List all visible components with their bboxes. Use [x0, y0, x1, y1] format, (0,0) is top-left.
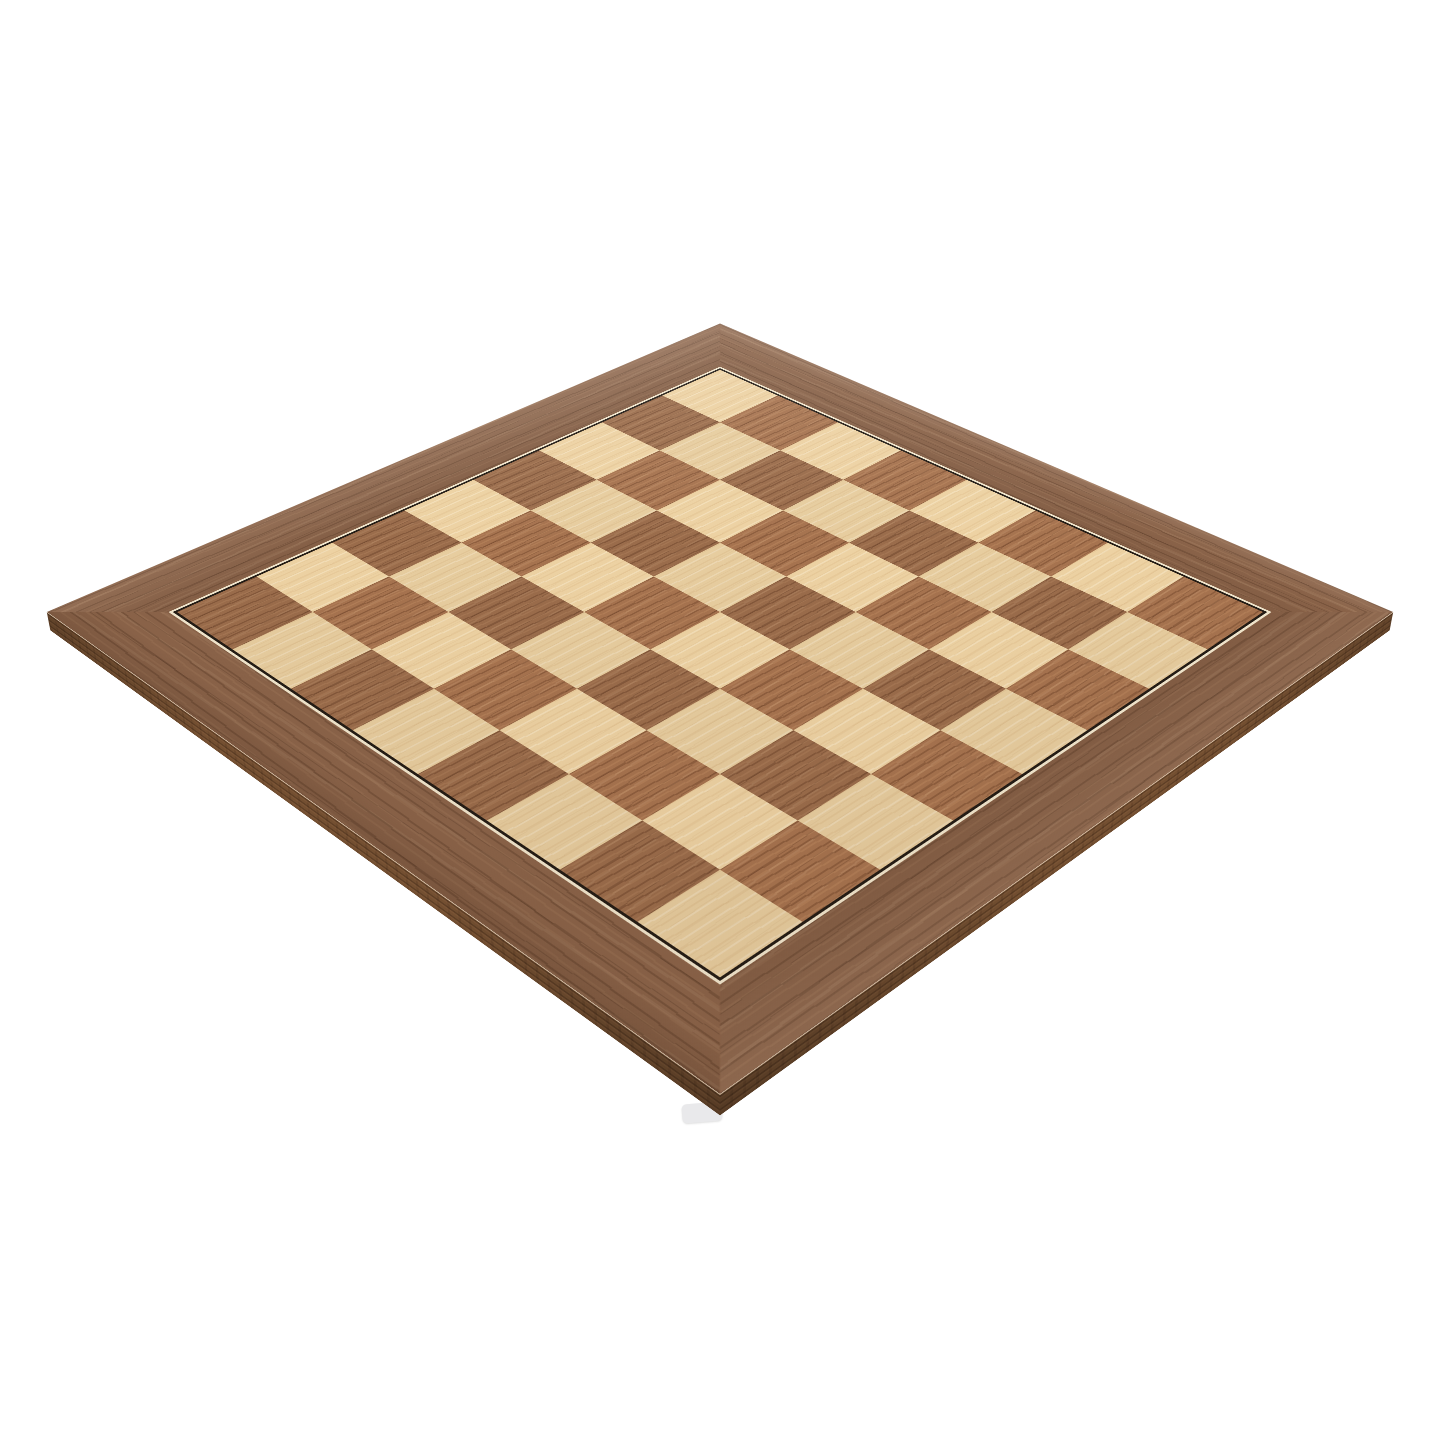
- square-b1: [232, 612, 371, 689]
- frame-strip-right: [636, 578, 1393, 1094]
- square-g6: [929, 612, 1068, 689]
- square-f3: [647, 689, 794, 774]
- square-g4: [793, 689, 940, 774]
- square-f1: [487, 774, 642, 870]
- square-h3: [798, 774, 953, 870]
- square-h1: [637, 870, 802, 978]
- square-h5: [940, 689, 1087, 774]
- square-c2: [372, 612, 511, 689]
- chess-board: [47, 323, 1393, 1094]
- inlay-cream-line: [168, 367, 1271, 985]
- square-g5: [863, 649, 1006, 730]
- square-g2: [642, 774, 797, 870]
- board-top-face: [47, 323, 1393, 1094]
- product-photo-scene: [0, 0, 1445, 1445]
- square-h7: [1068, 612, 1207, 689]
- square-e1: [418, 730, 569, 820]
- square-g3: [720, 730, 871, 820]
- square-f4: [720, 649, 863, 730]
- square-g1: [560, 820, 720, 921]
- square-d3: [511, 612, 650, 689]
- square-f5: [790, 612, 929, 689]
- square-h6: [1006, 649, 1149, 730]
- frame-strip-near: [47, 578, 804, 1094]
- square-c1: [291, 649, 434, 730]
- board-field: [177, 370, 1263, 978]
- square-h4: [871, 730, 1022, 820]
- square-e4: [650, 612, 789, 689]
- square-e3: [577, 649, 720, 730]
- square-d1: [353, 689, 500, 774]
- square-h2: [720, 820, 880, 921]
- square-d2: [434, 649, 577, 730]
- square-f2: [569, 730, 720, 820]
- inlay-black-line: [173, 368, 1268, 981]
- square-e2: [500, 689, 647, 774]
